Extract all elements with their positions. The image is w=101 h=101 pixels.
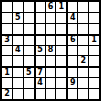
cell-r6c1[interactable]	[2, 56, 12, 66]
cell-r7c2[interactable]	[13, 67, 23, 77]
cell-r2c5[interactable]	[46, 13, 56, 23]
cell-r2c8[interactable]	[78, 13, 88, 23]
cell-r4c5[interactable]	[46, 35, 56, 45]
cell-r4c4[interactable]	[35, 35, 45, 45]
cell-r3c8[interactable]	[78, 24, 88, 34]
cell-r8c2[interactable]	[13, 78, 23, 88]
cell-r3c7[interactable]	[67, 24, 77, 34]
cell-r7c7[interactable]	[67, 67, 77, 77]
cell-r1c5[interactable]: 6	[46, 2, 56, 12]
cell-r3c1[interactable]	[2, 24, 12, 34]
cell-r1c7[interactable]	[67, 2, 77, 12]
cell-r7c5[interactable]	[46, 67, 56, 77]
cell-r4c2[interactable]	[13, 35, 23, 45]
cell-r9c8[interactable]	[78, 89, 88, 99]
cell-r2c2[interactable]: 5	[13, 13, 23, 23]
cell-r3c3[interactable]	[24, 24, 34, 34]
cell-r1c1[interactable]	[2, 2, 12, 12]
cell-r7c6[interactable]	[56, 67, 66, 77]
cell-r9c6[interactable]	[56, 89, 66, 99]
cell-r1c3[interactable]	[24, 2, 34, 12]
cell-r3c5[interactable]	[46, 24, 56, 34]
cell-r3c2[interactable]	[13, 24, 23, 34]
cell-r3c9[interactable]	[89, 24, 99, 34]
cell-r8c3[interactable]	[24, 78, 34, 88]
cell-r4c9[interactable]: 1	[89, 35, 99, 45]
cell-r9c4[interactable]	[35, 89, 45, 99]
cell-r8c7[interactable]: 9	[67, 78, 77, 88]
cell-r6c7[interactable]	[67, 56, 77, 66]
cell-r7c3[interactable]: 5	[24, 67, 34, 77]
cell-r2c7[interactable]: 4	[67, 13, 77, 23]
cell-r6c5[interactable]	[46, 56, 56, 66]
sudoku-screenshot: 61543614582157492	[0, 0, 101, 101]
cell-r8c9[interactable]	[89, 78, 99, 88]
cell-r8c8[interactable]	[78, 78, 88, 88]
cell-r6c2[interactable]	[13, 56, 23, 66]
cell-r9c7[interactable]	[67, 89, 77, 99]
cell-r9c9[interactable]	[89, 89, 99, 99]
cell-r7c1[interactable]: 1	[2, 67, 12, 77]
cell-r1c9[interactable]	[89, 2, 99, 12]
cell-r7c8[interactable]	[78, 67, 88, 77]
cell-r9c5[interactable]	[46, 89, 56, 99]
cell-r5c9[interactable]	[89, 46, 99, 56]
cell-r8c4[interactable]: 4	[35, 78, 45, 88]
cell-r7c9[interactable]	[89, 67, 99, 77]
cell-r3c6[interactable]	[56, 24, 66, 34]
cell-r2c9[interactable]	[89, 13, 99, 23]
cell-r4c8[interactable]	[78, 35, 88, 45]
cell-r4c6[interactable]	[56, 35, 66, 45]
cell-r5c5[interactable]: 8	[46, 46, 56, 56]
cell-r3c4[interactable]	[35, 24, 45, 34]
cell-r5c2[interactable]: 4	[13, 46, 23, 56]
cell-r1c6[interactable]: 1	[56, 2, 66, 12]
cell-r6c6[interactable]	[56, 56, 66, 66]
cell-r5c8[interactable]	[78, 46, 88, 56]
cell-r6c9[interactable]	[89, 56, 99, 66]
cell-r2c1[interactable]	[2, 13, 12, 23]
cell-r5c7[interactable]	[67, 46, 77, 56]
cell-r1c8[interactable]	[78, 2, 88, 12]
cell-r9c3[interactable]	[24, 89, 34, 99]
cell-r7c4[interactable]: 7	[35, 67, 45, 77]
cell-r4c1[interactable]: 3	[2, 35, 12, 45]
cell-r6c8[interactable]: 2	[78, 56, 88, 66]
cell-r4c3[interactable]	[24, 35, 34, 45]
cell-r6c3[interactable]	[24, 56, 34, 66]
cell-r6c4[interactable]	[35, 56, 45, 66]
cell-r5c6[interactable]	[56, 46, 66, 56]
cell-r4c7[interactable]: 6	[67, 35, 77, 45]
cell-r9c1[interactable]: 2	[2, 89, 12, 99]
cell-r1c4[interactable]	[35, 2, 45, 12]
cell-r5c3[interactable]	[24, 46, 34, 56]
cell-r5c1[interactable]	[2, 46, 12, 56]
cell-r8c5[interactable]	[46, 78, 56, 88]
cell-r9c2[interactable]	[13, 89, 23, 99]
cell-r2c6[interactable]	[56, 13, 66, 23]
sudoku-board: 61543614582157492	[0, 0, 101, 101]
cell-r8c6[interactable]	[56, 78, 66, 88]
cell-r2c4[interactable]	[35, 13, 45, 23]
cell-r1c2[interactable]	[13, 2, 23, 12]
cell-r8c1[interactable]	[2, 78, 12, 88]
cell-r2c3[interactable]	[24, 13, 34, 23]
cell-r5c4[interactable]: 5	[35, 46, 45, 56]
